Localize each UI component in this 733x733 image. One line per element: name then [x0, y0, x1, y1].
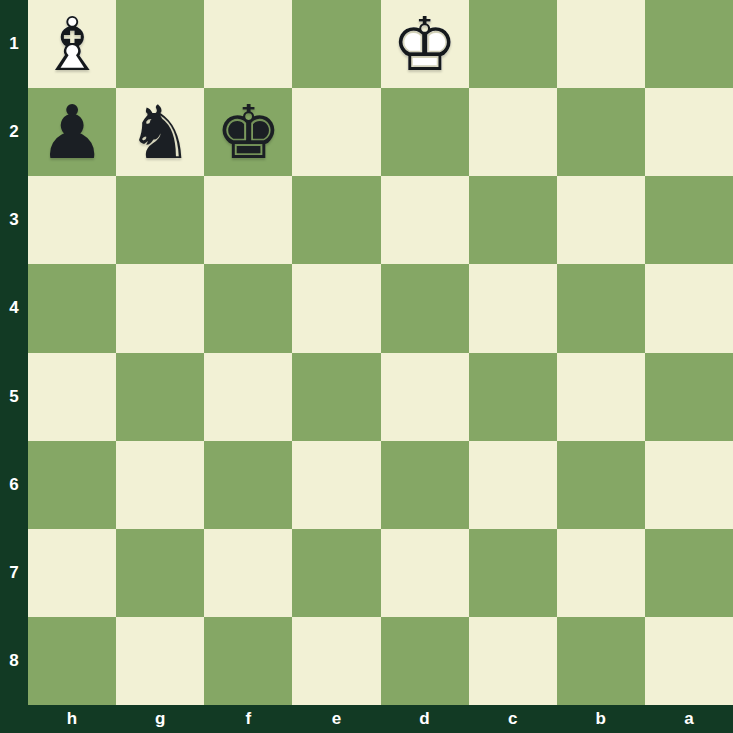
- square-f7[interactable]: [204, 529, 292, 617]
- square-a6[interactable]: [645, 441, 733, 529]
- square-f6[interactable]: [204, 441, 292, 529]
- square-g2[interactable]: ♞: [116, 88, 204, 176]
- square-g8[interactable]: [116, 617, 204, 705]
- square-a2[interactable]: [645, 88, 733, 176]
- black-king: ♚: [204, 88, 292, 176]
- square-e5[interactable]: [292, 353, 380, 441]
- rank-label-8: 8: [0, 617, 28, 705]
- square-e2[interactable]: [292, 88, 380, 176]
- square-h8[interactable]: [28, 617, 116, 705]
- square-c7[interactable]: [469, 529, 557, 617]
- square-d8[interactable]: [381, 617, 469, 705]
- file-label-d: d: [381, 705, 469, 733]
- square-a4[interactable]: [645, 264, 733, 352]
- square-h4[interactable]: [28, 264, 116, 352]
- square-a8[interactable]: [645, 617, 733, 705]
- chessboard: 1♝♗♚♔2♟♞♚345678hgfedcba: [0, 0, 733, 733]
- board-corner: [0, 705, 28, 733]
- square-e3[interactable]: [292, 176, 380, 264]
- file-label-a: a: [645, 705, 733, 733]
- square-h3[interactable]: [28, 176, 116, 264]
- square-c4[interactable]: [469, 264, 557, 352]
- square-g3[interactable]: [116, 176, 204, 264]
- square-d1[interactable]: ♚♔: [381, 0, 469, 88]
- square-a5[interactable]: [645, 353, 733, 441]
- square-e6[interactable]: [292, 441, 380, 529]
- square-c2[interactable]: [469, 88, 557, 176]
- black-king-glyph: ♚: [204, 88, 292, 176]
- square-g5[interactable]: [116, 353, 204, 441]
- square-h5[interactable]: [28, 353, 116, 441]
- file-label-b: b: [557, 705, 645, 733]
- square-b5[interactable]: [557, 353, 645, 441]
- square-g7[interactable]: [116, 529, 204, 617]
- square-d3[interactable]: [381, 176, 469, 264]
- square-d5[interactable]: [381, 353, 469, 441]
- square-e1[interactable]: [292, 0, 380, 88]
- square-c8[interactable]: [469, 617, 557, 705]
- square-c3[interactable]: [469, 176, 557, 264]
- square-b2[interactable]: [557, 88, 645, 176]
- square-b1[interactable]: [557, 0, 645, 88]
- square-d6[interactable]: [381, 441, 469, 529]
- rank-label-1: 1: [0, 0, 28, 88]
- square-b4[interactable]: [557, 264, 645, 352]
- square-e8[interactable]: [292, 617, 380, 705]
- file-label-f: f: [204, 705, 292, 733]
- square-h7[interactable]: [28, 529, 116, 617]
- rank-label-2: 2: [0, 88, 28, 176]
- square-h6[interactable]: [28, 441, 116, 529]
- square-c6[interactable]: [469, 441, 557, 529]
- square-d4[interactable]: [381, 264, 469, 352]
- file-label-e: e: [292, 705, 380, 733]
- black-pawn: ♟: [28, 88, 116, 176]
- square-f8[interactable]: [204, 617, 292, 705]
- square-d2[interactable]: [381, 88, 469, 176]
- white-bishop: ♝♗: [28, 0, 116, 88]
- black-pawn-glyph: ♟: [28, 88, 116, 176]
- square-e4[interactable]: [292, 264, 380, 352]
- square-b3[interactable]: [557, 176, 645, 264]
- square-b6[interactable]: [557, 441, 645, 529]
- square-c1[interactable]: [469, 0, 557, 88]
- file-label-h: h: [28, 705, 116, 733]
- square-e7[interactable]: [292, 529, 380, 617]
- white-bishop-outline-glyph: ♗: [28, 0, 116, 88]
- rank-label-7: 7: [0, 529, 28, 617]
- rank-label-3: 3: [0, 176, 28, 264]
- square-b8[interactable]: [557, 617, 645, 705]
- rank-label-6: 6: [0, 441, 28, 529]
- square-h1[interactable]: ♝♗: [28, 0, 116, 88]
- black-knight-glyph: ♞: [116, 88, 204, 176]
- rank-label-5: 5: [0, 353, 28, 441]
- file-label-c: c: [469, 705, 557, 733]
- square-h2[interactable]: ♟: [28, 88, 116, 176]
- square-f4[interactable]: [204, 264, 292, 352]
- square-d7[interactable]: [381, 529, 469, 617]
- file-label-g: g: [116, 705, 204, 733]
- white-king-outline-glyph: ♔: [381, 0, 469, 88]
- square-g6[interactable]: [116, 441, 204, 529]
- square-a1[interactable]: [645, 0, 733, 88]
- rank-label-4: 4: [0, 264, 28, 352]
- square-a7[interactable]: [645, 529, 733, 617]
- square-b7[interactable]: [557, 529, 645, 617]
- square-g1[interactable]: [116, 0, 204, 88]
- square-f3[interactable]: [204, 176, 292, 264]
- square-f5[interactable]: [204, 353, 292, 441]
- square-a3[interactable]: [645, 176, 733, 264]
- white-king: ♚♔: [381, 0, 469, 88]
- black-knight: ♞: [116, 88, 204, 176]
- square-f1[interactable]: [204, 0, 292, 88]
- square-f2[interactable]: ♚: [204, 88, 292, 176]
- square-c5[interactable]: [469, 353, 557, 441]
- square-g4[interactable]: [116, 264, 204, 352]
